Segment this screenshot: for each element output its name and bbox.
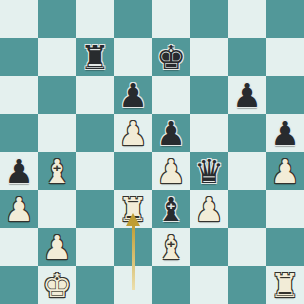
square-e4[interactable]: ♟ [152,152,190,190]
square-a3[interactable]: ♟ [0,190,38,228]
black-pawn-a4[interactable]: ♟ [0,152,38,190]
square-c1[interactable] [76,266,114,304]
black-rook-c7[interactable]: ♜ [76,38,114,76]
square-c6[interactable] [76,76,114,114]
square-d4[interactable] [114,152,152,190]
square-g2[interactable] [228,228,266,266]
chess-board-wrapper: ♜♚♟♟♟♟♟♟♝♟♛♟♟♜♝♟♟♝♚♜ [0,0,304,304]
square-c8[interactable] [76,0,114,38]
square-a2[interactable] [0,228,38,266]
square-d1[interactable] [114,266,152,304]
square-f5[interactable] [190,114,228,152]
black-queen-f4[interactable]: ♛ [190,152,228,190]
square-a4[interactable]: ♟ [0,152,38,190]
black-pawn-h5[interactable]: ♟ [266,114,304,152]
square-b3[interactable] [38,190,76,228]
white-rook-d3[interactable]: ♜ [114,190,152,228]
square-d2[interactable] [114,228,152,266]
white-pawn-e4[interactable]: ♟ [152,152,190,190]
white-pawn-h4[interactable]: ♟ [266,152,304,190]
square-a6[interactable] [0,76,38,114]
square-c7[interactable]: ♜ [76,38,114,76]
square-f7[interactable] [190,38,228,76]
square-e1[interactable] [152,266,190,304]
white-pawn-a3[interactable]: ♟ [0,190,38,228]
square-f8[interactable] [190,0,228,38]
square-d7[interactable] [114,38,152,76]
white-bishop-e2[interactable]: ♝ [152,228,190,266]
square-g5[interactable] [228,114,266,152]
square-b8[interactable] [38,0,76,38]
black-pawn-g6[interactable]: ♟ [228,76,266,114]
square-h4[interactable]: ♟ [266,152,304,190]
square-e5[interactable]: ♟ [152,114,190,152]
square-g4[interactable] [228,152,266,190]
black-king-e7[interactable]: ♚ [152,38,190,76]
white-pawn-d5[interactable]: ♟ [114,114,152,152]
white-king-b1[interactable]: ♚ [38,266,76,304]
black-pawn-d6[interactable]: ♟ [114,76,152,114]
square-c2[interactable] [76,228,114,266]
square-h8[interactable] [266,0,304,38]
square-e6[interactable] [152,76,190,114]
square-g6[interactable]: ♟ [228,76,266,114]
square-b7[interactable] [38,38,76,76]
square-b4[interactable]: ♝ [38,152,76,190]
square-b6[interactable] [38,76,76,114]
square-h5[interactable]: ♟ [266,114,304,152]
square-a5[interactable] [0,114,38,152]
square-g3[interactable] [228,190,266,228]
black-pawn-e5[interactable]: ♟ [152,114,190,152]
square-h6[interactable] [266,76,304,114]
square-h7[interactable] [266,38,304,76]
square-f6[interactable] [190,76,228,114]
square-g1[interactable] [228,266,266,304]
square-g7[interactable] [228,38,266,76]
square-f2[interactable] [190,228,228,266]
white-rook-h1[interactable]: ♜ [266,266,304,304]
square-a1[interactable] [0,266,38,304]
square-c5[interactable] [76,114,114,152]
square-f3[interactable]: ♟ [190,190,228,228]
square-h2[interactable] [266,228,304,266]
square-a8[interactable] [0,0,38,38]
square-a7[interactable] [0,38,38,76]
square-e3[interactable]: ♝ [152,190,190,228]
square-d6[interactable]: ♟ [114,76,152,114]
square-b2[interactable]: ♟ [38,228,76,266]
square-b1[interactable]: ♚ [38,266,76,304]
square-d8[interactable] [114,0,152,38]
square-e7[interactable]: ♚ [152,38,190,76]
square-h3[interactable] [266,190,304,228]
white-pawn-b2[interactable]: ♟ [38,228,76,266]
square-f4[interactable]: ♛ [190,152,228,190]
square-e2[interactable]: ♝ [152,228,190,266]
square-g8[interactable] [228,0,266,38]
chess-board: ♜♚♟♟♟♟♟♟♝♟♛♟♟♜♝♟♟♝♚♜ [0,0,304,304]
white-bishop-b4[interactable]: ♝ [38,152,76,190]
square-c3[interactable] [76,190,114,228]
white-pawn-f3[interactable]: ♟ [190,190,228,228]
square-d5[interactable]: ♟ [114,114,152,152]
black-bishop-e3[interactable]: ♝ [152,190,190,228]
square-h1[interactable]: ♜ [266,266,304,304]
square-d3[interactable]: ♜ [114,190,152,228]
square-f1[interactable] [190,266,228,304]
square-c4[interactable] [76,152,114,190]
square-e8[interactable] [152,0,190,38]
square-b5[interactable] [38,114,76,152]
